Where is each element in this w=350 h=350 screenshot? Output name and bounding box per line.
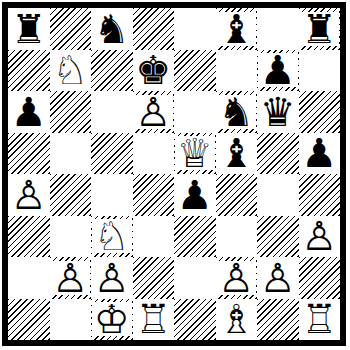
square-a8[interactable]: ♜ <box>8 8 50 50</box>
piece-br-a8[interactable]: ♜ <box>9 12 49 46</box>
square-a6[interactable]: ♟ <box>8 91 50 133</box>
square-f5[interactable]: ♝ <box>216 133 258 175</box>
square-c5[interactable] <box>91 133 133 175</box>
square-f8[interactable]: ♝ <box>216 8 258 50</box>
piece-wp-c2[interactable]: ♙ <box>92 261 132 295</box>
piece-wq-e5[interactable]: ♕ <box>175 136 215 170</box>
piece-wr-h1[interactable]: ♖ <box>299 302 339 336</box>
piece-wp-f2[interactable]: ♙ <box>216 261 256 295</box>
square-d3[interactable] <box>133 216 175 258</box>
piece-wb-f1[interactable]: ♗ <box>216 302 256 336</box>
square-c4[interactable] <box>91 174 133 216</box>
square-h6[interactable] <box>299 91 341 133</box>
chess-board: ♜♞♝♜♘♚♟♟♙♞♛♕♝♟♙♟♘♙♙♙♙♙♔♖♗♖ <box>8 8 340 340</box>
square-b2[interactable]: ♙ <box>50 257 92 299</box>
square-h2[interactable] <box>299 257 341 299</box>
square-f4[interactable] <box>216 174 258 216</box>
square-f7[interactable] <box>216 50 258 92</box>
square-g5[interactable] <box>257 133 299 175</box>
piece-wn-c3[interactable]: ♘ <box>92 219 132 253</box>
square-d1[interactable]: ♖ <box>133 299 175 341</box>
square-b3[interactable] <box>50 216 92 258</box>
square-e8[interactable] <box>174 8 216 50</box>
square-a4[interactable]: ♙ <box>8 174 50 216</box>
square-h4[interactable] <box>299 174 341 216</box>
square-b7[interactable]: ♘ <box>50 50 92 92</box>
piece-bk-d7[interactable]: ♚ <box>133 53 173 87</box>
piece-bb-f5[interactable]: ♝ <box>216 136 256 170</box>
piece-wr-d1[interactable]: ♖ <box>133 302 173 336</box>
piece-bn-f6[interactable]: ♞ <box>216 95 256 129</box>
piece-wp-d6[interactable]: ♙ <box>133 95 173 129</box>
piece-bp-e4[interactable]: ♟ <box>175 178 215 212</box>
square-a2[interactable] <box>8 257 50 299</box>
square-g7[interactable]: ♟ <box>257 50 299 92</box>
piece-wk-c1[interactable]: ♔ <box>92 302 132 336</box>
square-c6[interactable] <box>91 91 133 133</box>
square-d2[interactable] <box>133 257 175 299</box>
square-g8[interactable] <box>257 8 299 50</box>
piece-bp-a6[interactable]: ♟ <box>9 95 49 129</box>
square-b5[interactable] <box>50 133 92 175</box>
square-g6[interactable]: ♛ <box>257 91 299 133</box>
piece-bn-c8[interactable]: ♞ <box>92 12 132 46</box>
square-b6[interactable] <box>50 91 92 133</box>
square-g4[interactable] <box>257 174 299 216</box>
square-e5[interactable]: ♕ <box>174 133 216 175</box>
square-c3[interactable]: ♘ <box>91 216 133 258</box>
piece-bb-f8[interactable]: ♝ <box>216 12 256 46</box>
piece-bp-g7[interactable]: ♟ <box>258 53 298 87</box>
square-e3[interactable] <box>174 216 216 258</box>
square-d8[interactable] <box>133 8 175 50</box>
square-h7[interactable] <box>299 50 341 92</box>
square-h3[interactable]: ♙ <box>299 216 341 258</box>
piece-bq-g6[interactable]: ♛ <box>258 95 298 129</box>
board-frame: ♜♞♝♜♘♚♟♟♙♞♛♕♝♟♙♟♘♙♙♙♙♙♔♖♗♖ <box>2 2 346 346</box>
square-a1[interactable] <box>8 299 50 341</box>
square-g3[interactable] <box>257 216 299 258</box>
square-f3[interactable] <box>216 216 258 258</box>
square-d7[interactable]: ♚ <box>133 50 175 92</box>
square-d4[interactable] <box>133 174 175 216</box>
chess-diagram: ♜♞♝♜♘♚♟♟♙♞♛♕♝♟♙♟♘♙♙♙♙♙♔♖♗♖ <box>0 0 350 350</box>
square-c7[interactable] <box>91 50 133 92</box>
square-f2[interactable]: ♙ <box>216 257 258 299</box>
square-f6[interactable]: ♞ <box>216 91 258 133</box>
square-h1[interactable]: ♖ <box>299 299 341 341</box>
piece-wp-h3[interactable]: ♙ <box>299 219 339 253</box>
square-b1[interactable] <box>50 299 92 341</box>
square-a3[interactable] <box>8 216 50 258</box>
square-g1[interactable] <box>257 299 299 341</box>
square-e6[interactable] <box>174 91 216 133</box>
piece-bp-h5[interactable]: ♟ <box>299 136 339 170</box>
square-h8[interactable]: ♜ <box>299 8 341 50</box>
piece-wp-a4[interactable]: ♙ <box>9 178 49 212</box>
square-d6[interactable]: ♙ <box>133 91 175 133</box>
square-c1[interactable]: ♔ <box>91 299 133 341</box>
square-b4[interactable] <box>50 174 92 216</box>
square-b8[interactable] <box>50 8 92 50</box>
square-a7[interactable] <box>8 50 50 92</box>
square-g2[interactable]: ♙ <box>257 257 299 299</box>
square-e4[interactable]: ♟ <box>174 174 216 216</box>
square-f1[interactable]: ♗ <box>216 299 258 341</box>
piece-wp-g2[interactable]: ♙ <box>258 261 298 295</box>
square-c2[interactable]: ♙ <box>91 257 133 299</box>
square-h5[interactable]: ♟ <box>299 133 341 175</box>
piece-wp-b2[interactable]: ♙ <box>50 261 90 295</box>
square-e2[interactable] <box>174 257 216 299</box>
square-e7[interactable] <box>174 50 216 92</box>
square-c8[interactable]: ♞ <box>91 8 133 50</box>
square-a5[interactable] <box>8 133 50 175</box>
piece-wn-b7[interactable]: ♘ <box>50 53 90 87</box>
piece-br-h8[interactable]: ♜ <box>299 12 339 46</box>
square-e1[interactable] <box>174 299 216 341</box>
square-d5[interactable] <box>133 133 175 175</box>
